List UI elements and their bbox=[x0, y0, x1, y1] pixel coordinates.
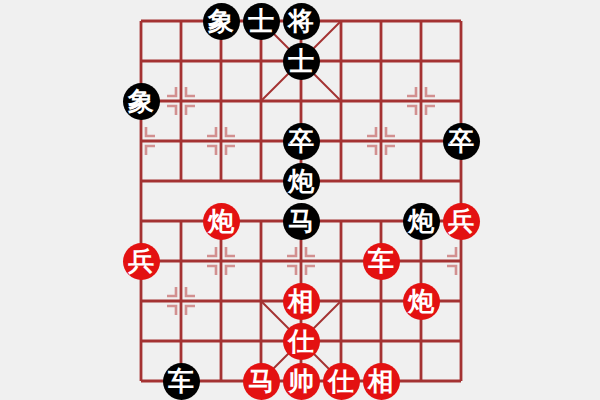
piece-red-cannon[interactable]: 炮 bbox=[403, 283, 440, 320]
xiangqi-board: 象士将士象卒卒炮炮马炮兵兵车相炮仕车马帅仕相 bbox=[0, 0, 600, 400]
piece-red-soldier[interactable]: 兵 bbox=[123, 243, 160, 280]
piece-red-elephant[interactable]: 相 bbox=[363, 363, 400, 400]
piece-black-advisor[interactable]: 士 bbox=[243, 3, 280, 40]
piece-black-cannon[interactable]: 炮 bbox=[403, 203, 440, 240]
piece-black-elephant[interactable]: 象 bbox=[123, 83, 160, 120]
piece-red-horse[interactable]: 马 bbox=[243, 363, 280, 400]
piece-red-cannon[interactable]: 炮 bbox=[203, 203, 240, 240]
piece-black-elephant[interactable]: 象 bbox=[203, 3, 240, 40]
piece-red-soldier[interactable]: 兵 bbox=[443, 203, 480, 240]
piece-black-cannon[interactable]: 炮 bbox=[283, 163, 320, 200]
piece-black-general[interactable]: 将 bbox=[283, 3, 320, 40]
piece-black-chariot[interactable]: 车 bbox=[163, 363, 200, 400]
piece-red-advisor[interactable]: 仕 bbox=[323, 363, 360, 400]
piece-red-general[interactable]: 帅 bbox=[283, 363, 320, 400]
piece-black-soldier[interactable]: 卒 bbox=[283, 123, 320, 160]
piece-red-chariot[interactable]: 车 bbox=[363, 243, 400, 280]
piece-red-advisor[interactable]: 仕 bbox=[283, 323, 320, 360]
piece-black-horse[interactable]: 马 bbox=[283, 203, 320, 240]
piece-black-advisor[interactable]: 士 bbox=[283, 43, 320, 80]
piece-black-soldier[interactable]: 卒 bbox=[443, 123, 480, 160]
piece-red-elephant[interactable]: 相 bbox=[283, 283, 320, 320]
piece-layer: 象士将士象卒卒炮炮马炮兵兵车相炮仕车马帅仕相 bbox=[121, 1, 481, 400]
